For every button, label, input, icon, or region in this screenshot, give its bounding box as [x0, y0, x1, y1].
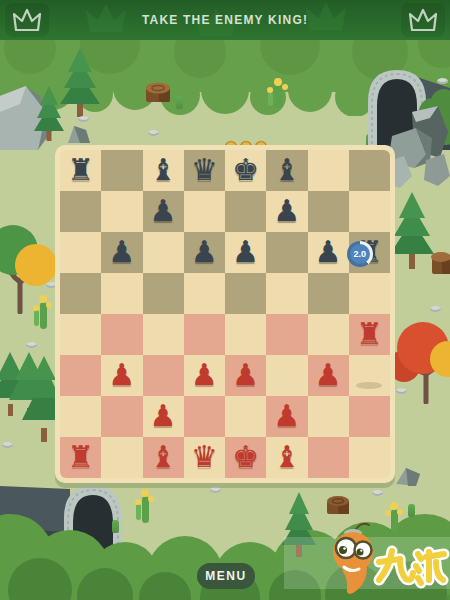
square-a6[interactable] — [60, 232, 101, 273]
black-pawn-b6[interactable]: ♟ — [108, 237, 135, 267]
square-e2[interactable] — [225, 396, 266, 437]
square-h8[interactable] — [349, 150, 390, 191]
top-bar: TAKE THE ENEMY KING! — [0, 0, 450, 40]
cooldown-timer-value: 2.0 — [350, 244, 370, 264]
square-c7[interactable]: ♟ — [143, 191, 184, 232]
black-pawn-c7[interactable]: ♟ — [150, 196, 177, 226]
crown-icon — [11, 6, 43, 34]
piece-landing-shadow — [356, 382, 382, 389]
chess-board[interactable]: ♜♝♛♚♝♟♟♟♟♟♟♜2.0♜♟♟♟♟♟♟♜♝♛♚♝ — [60, 150, 390, 478]
square-a2[interactable] — [60, 396, 101, 437]
square-b2[interactable] — [101, 396, 142, 437]
chess-board-frame: ♜♝♛♚♝♟♟♟♟♟♟♜2.0♜♟♟♟♟♟♟♜♝♛♚♝ — [55, 145, 395, 483]
square-b7[interactable] — [101, 191, 142, 232]
square-c2[interactable]: ♟ — [143, 396, 184, 437]
pebble — [437, 78, 448, 84]
pebble — [78, 116, 89, 122]
square-d8[interactable]: ♛ — [184, 150, 225, 191]
square-b3[interactable]: ♟ — [101, 355, 142, 396]
square-f8[interactable]: ♝ — [266, 150, 307, 191]
red-pawn-b3[interactable]: ♟ — [108, 360, 135, 390]
square-e4[interactable] — [225, 314, 266, 355]
tree-stump — [430, 248, 450, 278]
square-e7[interactable] — [225, 191, 266, 232]
square-g3[interactable]: ♟ — [308, 355, 349, 396]
pebble — [148, 130, 159, 136]
red-bishop-c1[interactable]: ♝ — [150, 442, 177, 472]
square-h1[interactable] — [349, 437, 390, 478]
square-d6[interactable]: ♟ — [184, 232, 225, 273]
square-h2[interactable] — [349, 396, 390, 437]
square-a8[interactable]: ♜ — [60, 150, 101, 191]
pebble — [210, 487, 221, 493]
black-king-e8[interactable]: ♚ — [232, 155, 259, 185]
square-e1[interactable]: ♚ — [225, 437, 266, 478]
black-pawn-d6[interactable]: ♟ — [191, 237, 218, 267]
square-f2[interactable]: ♟ — [266, 396, 307, 437]
red-rook-a1[interactable]: ♜ — [67, 442, 94, 472]
square-h4[interactable]: ♜ — [349, 314, 390, 355]
square-b5[interactable] — [101, 273, 142, 314]
square-e3[interactable]: ♟ — [225, 355, 266, 396]
black-pawn-f7[interactable]: ♟ — [273, 196, 300, 226]
grass-tuft — [408, 504, 415, 517]
menu-button[interactable]: MENU — [197, 563, 255, 589]
square-b8[interactable] — [101, 150, 142, 191]
square-h3[interactable] — [349, 355, 390, 396]
square-d1[interactable]: ♛ — [184, 437, 225, 478]
square-a4[interactable] — [60, 314, 101, 355]
square-f5[interactable] — [266, 273, 307, 314]
red-queen-d1[interactable]: ♛ — [191, 442, 218, 472]
square-a5[interactable] — [60, 273, 101, 314]
square-a3[interactable] — [60, 355, 101, 396]
square-b1[interactable] — [101, 437, 142, 478]
red-pawn-e3[interactable]: ♟ — [232, 360, 259, 390]
black-bishop-c8[interactable]: ♝ — [150, 155, 177, 185]
cooldown-timer-badge: 2.0 — [347, 241, 373, 267]
square-h6[interactable]: ♜2.0 — [349, 232, 390, 273]
square-c3[interactable] — [143, 355, 184, 396]
tree-stump — [142, 78, 174, 106]
pebble — [26, 342, 37, 348]
square-f4[interactable] — [266, 314, 307, 355]
red-bishop-f1[interactable]: ♝ — [273, 442, 300, 472]
crown-icon — [407, 6, 439, 34]
square-f6[interactable] — [266, 232, 307, 273]
square-c5[interactable] — [143, 273, 184, 314]
black-pawn-e6[interactable]: ♟ — [232, 237, 259, 267]
game-screen: ♜♝♛♚♝♟♟♟♟♟♟♜2.0♜♟♟♟♟♟♟♜♝♛♚♝ — [0, 0, 450, 600]
red-pawn-g3[interactable]: ♟ — [315, 360, 342, 390]
square-a1[interactable]: ♜ — [60, 437, 101, 478]
square-e6[interactable]: ♟ — [225, 232, 266, 273]
red-pawn-d3[interactable]: ♟ — [191, 360, 218, 390]
rocks-right — [386, 106, 450, 194]
crown-button-right[interactable] — [401, 3, 445, 37]
square-h5[interactable] — [349, 273, 390, 314]
square-f1[interactable]: ♝ — [266, 437, 307, 478]
crown-button-left[interactable] — [5, 3, 49, 37]
square-b4[interactable] — [101, 314, 142, 355]
jiuyou-wordmark — [372, 542, 450, 594]
square-c4[interactable] — [143, 314, 184, 355]
pebble — [372, 490, 383, 496]
square-d4[interactable] — [184, 314, 225, 355]
square-e5[interactable] — [225, 273, 266, 314]
black-bishop-f8[interactable]: ♝ — [273, 155, 300, 185]
square-d7[interactable] — [184, 191, 225, 232]
crown-pattern — [80, 2, 380, 38]
square-g2[interactable] — [308, 396, 349, 437]
square-f3[interactable] — [266, 355, 307, 396]
square-c8[interactable]: ♝ — [143, 150, 184, 191]
square-g8[interactable] — [308, 150, 349, 191]
grass-tuft — [176, 96, 183, 109]
square-g4[interactable] — [308, 314, 349, 355]
square-b6[interactable]: ♟ — [101, 232, 142, 273]
square-d5[interactable] — [184, 273, 225, 314]
square-c1[interactable]: ♝ — [143, 437, 184, 478]
pebble — [396, 388, 407, 394]
square-g6[interactable]: ♟ — [308, 232, 349, 273]
small-rock — [64, 122, 92, 144]
square-h7[interactable] — [349, 191, 390, 232]
red-rook-h4[interactable]: ♜ — [356, 319, 383, 349]
pine-tree — [34, 86, 64, 142]
square-d3[interactable]: ♟ — [184, 355, 225, 396]
square-g5[interactable] — [308, 273, 349, 314]
yellow-flowers — [266, 76, 292, 108]
small-rock — [394, 466, 422, 488]
pebble — [2, 442, 13, 448]
pebble — [430, 306, 441, 312]
square-d2[interactable] — [184, 396, 225, 437]
square-c6[interactable] — [143, 232, 184, 273]
pine-tree — [60, 48, 100, 118]
red-pawn-c2[interactable]: ♟ — [150, 401, 177, 431]
square-a7[interactable] — [60, 191, 101, 232]
red-king-e1[interactable]: ♚ — [232, 442, 259, 472]
square-f7[interactable]: ♟ — [266, 191, 307, 232]
black-pawn-g6[interactable]: ♟ — [315, 237, 342, 267]
black-queen-d8[interactable]: ♛ — [191, 155, 218, 185]
square-e8[interactable]: ♚ — [225, 150, 266, 191]
tree-stump — [324, 492, 352, 518]
black-rook-a8[interactable]: ♜ — [67, 155, 94, 185]
pine-tree — [390, 192, 434, 270]
square-g1[interactable] — [308, 437, 349, 478]
yellow-flowers — [32, 292, 54, 330]
yellow-flowers — [384, 500, 404, 534]
square-g7[interactable] — [308, 191, 349, 232]
red-pawn-f2[interactable]: ♟ — [273, 401, 300, 431]
